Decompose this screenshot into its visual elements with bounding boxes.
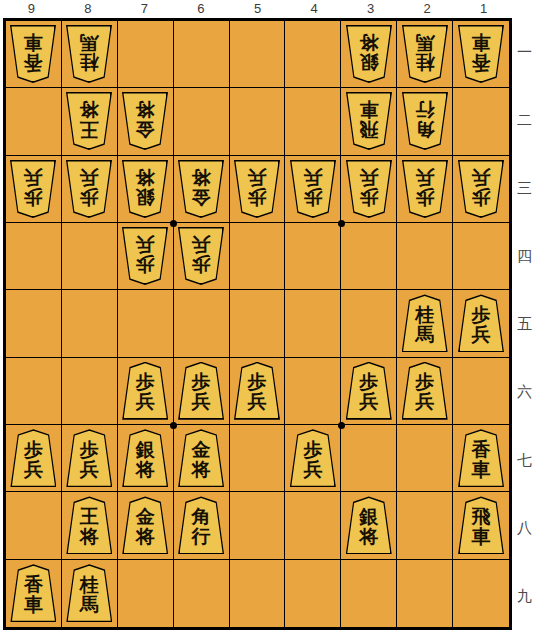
piece-kanji: 将 [136, 460, 155, 480]
piece-face: 銀将 [347, 498, 390, 553]
piece-face: 銀将 [124, 161, 167, 216]
rank-label: 一 [512, 18, 537, 86]
piece-sente-pawn[interactable]: 歩兵 [290, 429, 336, 487]
file-label: 5 [229, 0, 286, 18]
board-cell-4-6[interactable] [285, 358, 341, 425]
piece-kanji: 桂 [80, 575, 99, 595]
board-cell-7-5[interactable] [118, 290, 174, 357]
board-cell-5-2[interactable] [230, 88, 286, 155]
board-cell-2-9[interactable] [397, 560, 453, 627]
board-cell-3-8[interactable]: 銀将 [341, 492, 397, 559]
board-cell-7-6[interactable]: 歩兵 [118, 358, 174, 425]
piece-kanji: 香 [472, 53, 491, 73]
piece-kanji: 飛 [359, 120, 378, 140]
board-cell-8-7[interactable]: 歩兵 [62, 425, 118, 492]
piece-sente-pawn[interactable]: 歩兵 [10, 429, 56, 487]
board-cell-1-1[interactable]: 香車 [453, 21, 509, 88]
piece-gote-lance[interactable]: 香車 [458, 25, 504, 83]
piece-sente-bishop[interactable]: 角行 [178, 496, 224, 554]
board-cell-7-7[interactable]: 銀将 [118, 425, 174, 492]
piece-kanji: 歩 [192, 372, 211, 392]
board-cell-4-5[interactable] [285, 290, 341, 357]
board-cell-1-6[interactable] [453, 358, 509, 425]
board-cell-2-5[interactable]: 桂馬 [397, 290, 453, 357]
rank-label: 二 [512, 86, 537, 154]
piece-kanji: 将 [359, 33, 378, 53]
board-cell-9-3[interactable]: 歩兵 [6, 156, 62, 223]
board-cell-3-1[interactable]: 銀将 [341, 21, 397, 88]
piece-kanji: 兵 [136, 235, 155, 255]
piece-kanji: 金 [192, 440, 211, 460]
piece-gote-pawn[interactable]: 歩兵 [122, 227, 168, 285]
board-cell-1-2[interactable] [453, 88, 509, 155]
piece-kanji: 将 [192, 460, 211, 480]
piece-face: 歩兵 [68, 431, 111, 486]
board-cell-4-1[interactable] [285, 21, 341, 88]
piece-face: 金将 [180, 161, 223, 216]
board-cell-3-3[interactable]: 歩兵 [341, 156, 397, 223]
piece-sente-pawn[interactable]: 歩兵 [234, 362, 280, 420]
piece-face: 金将 [180, 431, 223, 486]
piece-face: 歩兵 [12, 431, 55, 486]
piece-kanji: 兵 [192, 392, 211, 412]
rank-labels: 一二三四五六七八九 [512, 18, 537, 630]
rank-label: 四 [512, 222, 537, 290]
piece-kanji: 王 [80, 507, 99, 527]
piece-kanji: 歩 [415, 372, 434, 392]
piece-gote-lance[interactable]: 香車 [10, 25, 56, 83]
piece-kanji: 将 [192, 167, 211, 187]
piece-sente-rook[interactable]: 飛車 [458, 496, 504, 554]
piece-sente-lance[interactable]: 香車 [10, 564, 56, 622]
board-cell-5-6[interactable]: 歩兵 [230, 358, 286, 425]
star-point [170, 422, 177, 429]
piece-face: 歩兵 [347, 161, 390, 216]
piece-kanji: 車 [472, 33, 491, 53]
piece-face: 金将 [124, 498, 167, 553]
piece-sente-gold[interactable]: 金将 [122, 496, 168, 554]
board-cell-6-8[interactable]: 角行 [174, 492, 230, 559]
piece-face: 桂馬 [68, 566, 111, 621]
piece-kanji: 兵 [80, 167, 99, 187]
piece-gote-king[interactable]: 王将 [66, 92, 112, 150]
star-point [338, 422, 345, 429]
piece-kanji: 車 [359, 100, 378, 120]
piece-gote-gold[interactable]: 金将 [122, 92, 168, 150]
piece-kanji: 将 [136, 527, 155, 547]
file-label: 2 [399, 0, 456, 18]
piece-kanji: 将 [80, 100, 99, 120]
piece-gote-knight[interactable]: 桂馬 [66, 25, 112, 83]
board-cell-1-9[interactable] [453, 560, 509, 627]
piece-sente-pawn[interactable]: 歩兵 [66, 429, 112, 487]
file-labels: 987654321 [3, 0, 512, 18]
piece-sente-king[interactable]: 王将 [66, 496, 112, 554]
rank-label: 六 [512, 358, 537, 426]
piece-kanji: 桂 [415, 305, 434, 325]
piece-face: 銀将 [124, 431, 167, 486]
piece-sente-silver[interactable]: 銀将 [122, 429, 168, 487]
piece-face: 歩兵 [291, 161, 334, 216]
piece-face: 王将 [68, 94, 111, 149]
board-cell-2-8[interactable] [397, 492, 453, 559]
piece-gote-gold[interactable]: 金将 [178, 160, 224, 218]
board-cell-4-8[interactable] [285, 492, 341, 559]
piece-kanji: 車 [472, 460, 491, 480]
piece-face: 香車 [460, 431, 503, 486]
piece-kanji: 飛 [472, 507, 491, 527]
board-cell-9-1[interactable]: 香車 [6, 21, 62, 88]
star-point [170, 220, 177, 227]
shogi-board: 香車桂馬銀将桂馬香車王将金将飛車角行歩兵歩兵銀将金将歩兵歩兵歩兵歩兵歩兵歩兵歩兵… [3, 18, 512, 630]
piece-kanji: 金 [192, 187, 211, 207]
piece-kanji: 歩 [247, 372, 266, 392]
piece-face: 桂馬 [403, 296, 446, 351]
piece-kanji: 兵 [136, 392, 155, 412]
piece-kanji: 歩 [303, 187, 322, 207]
board-cell-2-2[interactable]: 角行 [397, 88, 453, 155]
piece-face: 歩兵 [68, 161, 111, 216]
piece-kanji: 香 [24, 575, 43, 595]
piece-kanji: 将 [136, 100, 155, 120]
piece-sente-gold[interactable]: 金将 [178, 429, 224, 487]
board-cell-6-2[interactable] [174, 88, 230, 155]
piece-face: 歩兵 [403, 363, 446, 418]
board-cell-6-5[interactable] [174, 290, 230, 357]
board-cell-6-4[interactable]: 歩兵 [174, 223, 230, 290]
file-label: 7 [116, 0, 173, 18]
piece-kanji: 兵 [359, 167, 378, 187]
file-label: 3 [342, 0, 399, 18]
board-cell-4-7[interactable]: 歩兵 [285, 425, 341, 492]
piece-face: 歩兵 [235, 161, 278, 216]
piece-gote-rook[interactable]: 飛車 [346, 92, 392, 150]
board-cell-8-4[interactable] [62, 223, 118, 290]
board-cell-5-5[interactable] [230, 290, 286, 357]
board-cell-2-3[interactable]: 歩兵 [397, 156, 453, 223]
piece-kanji: 将 [80, 527, 99, 547]
board-cell-5-8[interactable] [230, 492, 286, 559]
board-cell-4-4[interactable] [285, 223, 341, 290]
board-cell-1-5[interactable]: 歩兵 [453, 290, 509, 357]
board-cell-9-2[interactable] [6, 88, 62, 155]
piece-sente-lance[interactable]: 香車 [458, 429, 504, 487]
board-cell-2-4[interactable] [397, 223, 453, 290]
piece-face: 飛車 [347, 94, 390, 149]
piece-kanji: 香 [24, 53, 43, 73]
piece-face: 王将 [68, 498, 111, 553]
piece-kanji: 行 [192, 527, 211, 547]
piece-face: 歩兵 [460, 296, 503, 351]
piece-kanji: 兵 [24, 460, 43, 480]
board-cell-9-9[interactable]: 香車 [6, 560, 62, 627]
piece-kanji: 馬 [415, 33, 434, 53]
piece-kanji: 角 [415, 120, 434, 140]
piece-kanji: 銀 [136, 440, 155, 460]
piece-gote-pawn[interactable]: 歩兵 [402, 160, 448, 218]
board-cell-7-3[interactable]: 銀将 [118, 156, 174, 223]
board-cell-9-5[interactable] [6, 290, 62, 357]
rank-label: 九 [512, 562, 537, 630]
piece-face: 銀将 [347, 27, 390, 82]
piece-kanji: 馬 [415, 325, 434, 345]
board-cell-8-1[interactable]: 桂馬 [62, 21, 118, 88]
board-cell-1-8[interactable]: 飛車 [453, 492, 509, 559]
piece-kanji: 兵 [359, 392, 378, 412]
piece-gote-silver[interactable]: 銀将 [346, 25, 392, 83]
piece-sente-pawn[interactable]: 歩兵 [458, 294, 504, 352]
piece-kanji: 兵 [80, 460, 99, 480]
board-cell-7-4[interactable]: 歩兵 [118, 223, 174, 290]
board-cell-6-7[interactable]: 金将 [174, 425, 230, 492]
piece-kanji: 香 [472, 440, 491, 460]
piece-kanji: 桂 [415, 53, 434, 73]
piece-kanji: 王 [80, 120, 99, 140]
board-cell-2-6[interactable]: 歩兵 [397, 358, 453, 425]
board-cell-1-3[interactable]: 歩兵 [453, 156, 509, 223]
board-cell-2-1[interactable]: 桂馬 [397, 21, 453, 88]
board-cell-8-6[interactable] [62, 358, 118, 425]
piece-face: 歩兵 [291, 431, 334, 486]
piece-kanji: 歩 [359, 187, 378, 207]
piece-gote-pawn[interactable]: 歩兵 [458, 160, 504, 218]
board-cell-6-3[interactable]: 金将 [174, 156, 230, 223]
board-cell-7-1[interactable] [118, 21, 174, 88]
shogi-diagram: 987654321 一二三四五六七八九 香車桂馬銀将桂馬香車王将金将飛車角行歩兵… [0, 0, 537, 640]
piece-gote-pawn[interactable]: 歩兵 [66, 160, 112, 218]
board-cell-7-2[interactable]: 金将 [118, 88, 174, 155]
piece-face: 香車 [12, 27, 55, 82]
piece-kanji: 桂 [80, 53, 99, 73]
board-cell-3-4[interactable] [341, 223, 397, 290]
file-label: 9 [3, 0, 60, 18]
piece-face: 歩兵 [460, 161, 503, 216]
board-cell-6-1[interactable] [174, 21, 230, 88]
piece-kanji: 歩 [472, 187, 491, 207]
piece-kanji: 銀 [136, 187, 155, 207]
piece-face: 角行 [180, 498, 223, 553]
board-cell-5-3[interactable]: 歩兵 [230, 156, 286, 223]
board-cell-8-9[interactable]: 桂馬 [62, 560, 118, 627]
piece-kanji: 将 [136, 167, 155, 187]
piece-face: 桂馬 [403, 27, 446, 82]
piece-kanji: 将 [359, 527, 378, 547]
piece-kanji: 歩 [247, 187, 266, 207]
board-cell-8-8[interactable]: 王将 [62, 492, 118, 559]
piece-gote-silver[interactable]: 銀将 [122, 160, 168, 218]
board-cell-3-9[interactable] [341, 560, 397, 627]
board-cell-5-7[interactable] [230, 425, 286, 492]
piece-face: 桂馬 [68, 27, 111, 82]
board-cell-3-5[interactable] [341, 290, 397, 357]
board-cell-8-3[interactable]: 歩兵 [62, 156, 118, 223]
piece-gote-pawn[interactable]: 歩兵 [346, 160, 392, 218]
piece-face: 金将 [124, 94, 167, 149]
board-cell-5-1[interactable] [230, 21, 286, 88]
piece-kanji: 車 [24, 33, 43, 53]
piece-kanji: 歩 [192, 255, 211, 275]
piece-kanji: 兵 [303, 167, 322, 187]
piece-face: 歩兵 [180, 363, 223, 418]
piece-sente-pawn[interactable]: 歩兵 [178, 362, 224, 420]
board-grid: 香車桂馬銀将桂馬香車王将金将飛車角行歩兵歩兵銀将金将歩兵歩兵歩兵歩兵歩兵歩兵歩兵… [6, 21, 509, 627]
piece-kanji: 金 [136, 507, 155, 527]
rank-label: 三 [512, 154, 537, 222]
piece-kanji: 兵 [415, 167, 434, 187]
piece-face: 歩兵 [180, 229, 223, 284]
piece-face: 飛車 [460, 498, 503, 553]
piece-face: 歩兵 [347, 363, 390, 418]
piece-gote-pawn[interactable]: 歩兵 [290, 160, 336, 218]
piece-kanji: 歩 [359, 372, 378, 392]
piece-kanji: 歩 [136, 372, 155, 392]
piece-sente-pawn[interactable]: 歩兵 [122, 362, 168, 420]
piece-face: 歩兵 [124, 363, 167, 418]
file-label: 1 [455, 0, 512, 18]
file-label: 4 [286, 0, 343, 18]
board-cell-9-7[interactable]: 歩兵 [6, 425, 62, 492]
piece-kanji: 車 [472, 527, 491, 547]
board-cell-9-4[interactable] [6, 223, 62, 290]
board-cell-4-9[interactable] [285, 560, 341, 627]
piece-kanji: 銀 [359, 507, 378, 527]
piece-kanji: 歩 [415, 187, 434, 207]
board-cell-9-6[interactable] [6, 358, 62, 425]
piece-kanji: 兵 [247, 392, 266, 412]
piece-sente-pawn[interactable]: 歩兵 [346, 362, 392, 420]
board-cell-6-9[interactable] [174, 560, 230, 627]
piece-kanji: 馬 [80, 595, 99, 615]
star-point [338, 220, 345, 227]
board-cell-1-7[interactable]: 香車 [453, 425, 509, 492]
piece-kanji: 金 [136, 120, 155, 140]
piece-kanji: 歩 [303, 440, 322, 460]
piece-sente-knight[interactable]: 桂馬 [402, 294, 448, 352]
piece-gote-pawn[interactable]: 歩兵 [10, 160, 56, 218]
piece-kanji: 兵 [303, 460, 322, 480]
board-cell-2-7[interactable] [397, 425, 453, 492]
board-cell-5-9[interactable] [230, 560, 286, 627]
board-cell-4-3[interactable]: 歩兵 [285, 156, 341, 223]
piece-gote-pawn[interactable]: 歩兵 [178, 227, 224, 285]
piece-face: 香車 [460, 27, 503, 82]
piece-face: 香車 [12, 566, 55, 621]
board-cell-6-6[interactable]: 歩兵 [174, 358, 230, 425]
piece-sente-pawn[interactable]: 歩兵 [402, 362, 448, 420]
piece-kanji: 兵 [24, 167, 43, 187]
piece-kanji: 兵 [415, 392, 434, 412]
piece-kanji: 歩 [472, 305, 491, 325]
piece-face: 角行 [403, 94, 446, 149]
piece-kanji: 歩 [80, 187, 99, 207]
board-cell-3-2[interactable]: 飛車 [341, 88, 397, 155]
piece-face: 歩兵 [124, 229, 167, 284]
board-cell-8-2[interactable]: 王将 [62, 88, 118, 155]
file-label: 6 [173, 0, 230, 18]
file-label: 8 [60, 0, 117, 18]
piece-kanji: 歩 [80, 440, 99, 460]
piece-kanji: 兵 [247, 167, 266, 187]
board-cell-7-8[interactable]: 金将 [118, 492, 174, 559]
piece-face: 歩兵 [12, 161, 55, 216]
board-cell-1-4[interactable] [453, 223, 509, 290]
board-cell-5-4[interactable] [230, 223, 286, 290]
rank-label: 五 [512, 290, 537, 358]
board-cell-9-8[interactable] [6, 492, 62, 559]
rank-label: 八 [512, 494, 537, 562]
piece-gote-bishop[interactable]: 角行 [402, 92, 448, 150]
piece-kanji: 歩 [136, 255, 155, 275]
piece-face: 歩兵 [235, 363, 278, 418]
piece-kanji: 馬 [80, 33, 99, 53]
piece-gote-knight[interactable]: 桂馬 [402, 25, 448, 83]
board-cell-8-5[interactable] [62, 290, 118, 357]
piece-kanji: 兵 [472, 167, 491, 187]
board-cell-4-2[interactable] [285, 88, 341, 155]
board-cell-3-6[interactable]: 歩兵 [341, 358, 397, 425]
piece-kanji: 車 [24, 595, 43, 615]
board-cell-7-9[interactable] [118, 560, 174, 627]
piece-kanji: 兵 [472, 325, 491, 345]
piece-gote-pawn[interactable]: 歩兵 [234, 160, 280, 218]
piece-face: 歩兵 [403, 161, 446, 216]
piece-kanji: 歩 [24, 440, 43, 460]
rank-label: 七 [512, 426, 537, 494]
piece-sente-silver[interactable]: 銀将 [346, 496, 392, 554]
piece-kanji: 兵 [192, 235, 211, 255]
piece-kanji: 角 [192, 507, 211, 527]
piece-kanji: 行 [415, 100, 434, 120]
piece-kanji: 銀 [359, 53, 378, 73]
board-cell-3-7[interactable] [341, 425, 397, 492]
piece-sente-knight[interactable]: 桂馬 [66, 564, 112, 622]
piece-kanji: 歩 [24, 187, 43, 207]
